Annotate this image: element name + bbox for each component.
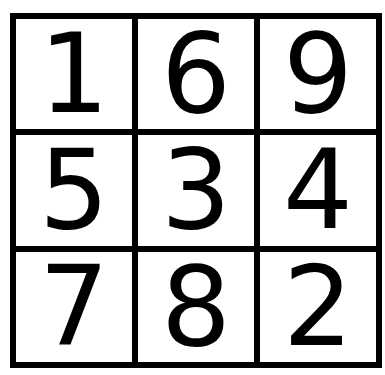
cell-r2c3: 4 [260,135,376,245]
cell-r3c1: 7 [16,252,132,362]
cell-r1c3: 9 [260,19,376,129]
cell-r2c1: 5 [16,135,132,245]
cell-r1c1: 1 [16,19,132,129]
cell-r1c2: 6 [138,19,254,129]
cell-r2c2: 3 [138,135,254,245]
cell-r3c2: 8 [138,252,254,362]
cell-r3c3: 2 [260,252,376,362]
puzzle-grid: 1 6 9 5 3 4 7 8 2 [10,13,382,368]
